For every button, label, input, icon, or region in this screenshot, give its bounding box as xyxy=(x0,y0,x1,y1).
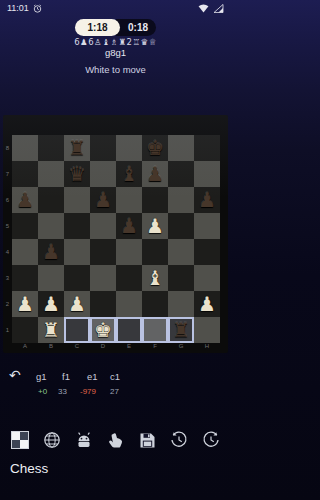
hand-icon xyxy=(107,432,124,449)
board-square-f6[interactable] xyxy=(142,187,168,213)
chess-piece-q-c7[interactable]: ♛ xyxy=(68,161,86,187)
board-square-d4[interactable] xyxy=(90,239,116,265)
board-square-h6[interactable]: ♟ xyxy=(194,187,220,213)
board-square-f7[interactable]: ♟ xyxy=(142,161,168,187)
board-square-c8[interactable]: ♜ xyxy=(64,135,90,161)
board-square-c7[interactable]: ♛ xyxy=(64,161,90,187)
chess-piece-p-a6[interactable]: ♟ xyxy=(16,187,34,213)
chess-piece-P-c2[interactable]: ♟ xyxy=(68,291,86,317)
eval-depth-1: 33 xyxy=(58,387,67,396)
board-square-a8[interactable] xyxy=(12,135,38,161)
eval-score-2: -979 xyxy=(80,387,96,396)
board-square-b4[interactable]: ♟ xyxy=(38,239,64,265)
chess-piece-P-b2[interactable]: ♟ xyxy=(42,291,60,317)
eval-score-1: +0 xyxy=(38,387,47,396)
status-bar: 11:01 xyxy=(0,0,231,16)
board-square-d8[interactable] xyxy=(90,135,116,161)
board-square-f5[interactable]: ♟ xyxy=(142,213,168,239)
board-square-a3[interactable] xyxy=(12,265,38,291)
board-square-b2[interactable]: ♟ xyxy=(38,291,64,317)
board-square-a5[interactable] xyxy=(12,213,38,239)
board-square-d6[interactable]: ♟ xyxy=(90,187,116,213)
board-square-c4[interactable] xyxy=(64,239,90,265)
eval-depth-2: 27 xyxy=(110,387,119,396)
board-square-g1[interactable]: ♜ xyxy=(168,317,194,343)
undo-move-button[interactable]: ↶ xyxy=(9,368,21,382)
rank-label-7: 7 xyxy=(3,171,12,177)
board-square-b1[interactable]: ♜ xyxy=(38,317,64,343)
rank-label-4: 4 xyxy=(3,249,12,255)
clock-row: 1:18 0:18 xyxy=(0,19,231,36)
board-icon xyxy=(11,431,29,449)
history-forward-icon xyxy=(202,431,220,449)
board-square-b6[interactable] xyxy=(38,187,64,213)
board-square-f1[interactable] xyxy=(142,317,168,343)
analysis-move-4[interactable]: c1 xyxy=(110,371,120,382)
signal-icon xyxy=(213,4,224,13)
board-square-c6[interactable] xyxy=(64,187,90,213)
board-square-a4[interactable] xyxy=(12,239,38,265)
black-clock[interactable]: 0:18 xyxy=(116,19,156,36)
board-square-h8[interactable] xyxy=(194,135,220,161)
history-forward-button[interactable] xyxy=(200,429,222,451)
status-time: 11:01 xyxy=(7,3,29,13)
board-view-button[interactable] xyxy=(9,429,31,451)
rank-label-6: 6 xyxy=(3,197,12,203)
save-icon xyxy=(139,432,156,449)
board-square-h4[interactable] xyxy=(194,239,220,265)
online-play-button[interactable] xyxy=(41,429,63,451)
board-square-a6[interactable]: ♟ xyxy=(12,187,38,213)
board-square-h2[interactable]: ♟ xyxy=(194,291,220,317)
board-square-g3[interactable] xyxy=(168,265,194,291)
analysis-move-3[interactable]: e1 xyxy=(87,371,98,382)
board-square-b3[interactable] xyxy=(38,265,64,291)
board-square-e3[interactable] xyxy=(116,265,142,291)
board-square-g2[interactable] xyxy=(168,291,194,317)
save-game-button[interactable] xyxy=(136,429,158,451)
chess-piece-B-f3[interactable]: ♝ xyxy=(146,265,164,291)
chess-board: ♜♚♛♝♟♟♟♟♟♟♟♝♟♟♟♟♜♚♜ 87654321 ABCDEFGH xyxy=(3,115,228,353)
board-square-h5[interactable] xyxy=(194,213,220,239)
board-square-d3[interactable] xyxy=(90,265,116,291)
board-square-g7[interactable] xyxy=(168,161,194,187)
chess-piece-k-f8[interactable]: ♚ xyxy=(146,135,164,161)
board-square-h7[interactable] xyxy=(194,161,220,187)
board-square-f4[interactable] xyxy=(142,239,168,265)
analysis-move-2[interactable]: f1 xyxy=(62,371,70,382)
board-square-h1[interactable] xyxy=(194,317,220,343)
robot-icon xyxy=(75,431,93,449)
board-square-a1[interactable] xyxy=(12,317,38,343)
board-square-g5[interactable] xyxy=(168,213,194,239)
file-label-G: G xyxy=(168,343,194,349)
board-grid: ♜♚♛♝♟♟♟♟♟♟♟♝♟♟♟♟♜♚♜ xyxy=(12,135,220,343)
board-square-c3[interactable] xyxy=(64,265,90,291)
file-label-F: F xyxy=(142,343,168,349)
history-back-icon xyxy=(170,431,188,449)
wifi-icon xyxy=(198,4,209,13)
file-label-D: D xyxy=(90,343,116,349)
board-square-f8[interactable]: ♚ xyxy=(142,135,168,161)
chess-piece-p-e5[interactable]: ♟ xyxy=(120,213,138,239)
bottom-toolbar xyxy=(0,424,231,456)
file-label-H: H xyxy=(194,343,220,349)
history-back-button[interactable] xyxy=(168,429,190,451)
last-move-text: g8g1 xyxy=(0,47,231,58)
chess-piece-P-a2[interactable]: ♟ xyxy=(16,291,34,317)
board-square-h3[interactable] xyxy=(194,265,220,291)
app-title: Chess xyxy=(10,461,48,476)
chess-piece-b-e7[interactable]: ♝ xyxy=(120,161,138,187)
file-label-A: A xyxy=(12,343,38,349)
file-label-C: C xyxy=(64,343,90,349)
manual-move-button[interactable] xyxy=(104,429,126,451)
board-square-b5[interactable] xyxy=(38,213,64,239)
board-square-b7[interactable] xyxy=(38,161,64,187)
chess-piece-p-b4[interactable]: ♟ xyxy=(42,239,60,265)
board-square-d2[interactable] xyxy=(90,291,116,317)
board-square-e1[interactable] xyxy=(116,317,142,343)
rank-label-3: 3 xyxy=(3,275,12,281)
analysis-move-1[interactable]: g1 xyxy=(36,371,47,382)
board-square-e8[interactable] xyxy=(116,135,142,161)
globe-icon xyxy=(43,431,61,449)
chess-piece-P-h2[interactable]: ♟ xyxy=(198,291,216,317)
rank-label-5: 5 xyxy=(3,223,12,229)
board-square-a7[interactable] xyxy=(12,161,38,187)
chess-piece-p-f7[interactable]: ♟ xyxy=(146,161,164,187)
chess-piece-r-g1[interactable]: ♜ xyxy=(172,317,190,343)
file-label-E: E xyxy=(116,343,142,349)
board-square-e5[interactable]: ♟ xyxy=(116,213,142,239)
board-square-f2[interactable] xyxy=(142,291,168,317)
board-square-g6[interactable] xyxy=(168,187,194,213)
board-square-e4[interactable] xyxy=(116,239,142,265)
board-square-f3[interactable]: ♝ xyxy=(142,265,168,291)
board-square-d5[interactable] xyxy=(90,213,116,239)
chess-piece-p-d6[interactable]: ♟ xyxy=(94,187,112,213)
alarm-icon xyxy=(33,4,42,13)
board-square-c2[interactable]: ♟ xyxy=(64,291,90,317)
chess-piece-K-d1[interactable]: ♚ xyxy=(94,317,112,343)
board-square-e7[interactable]: ♝ xyxy=(116,161,142,187)
computer-opponent-button[interactable] xyxy=(73,429,95,451)
board-square-e2[interactable] xyxy=(116,291,142,317)
chess-piece-p-h6[interactable]: ♟ xyxy=(198,187,216,213)
rank-label-1: 1 xyxy=(3,327,12,333)
board-square-c1[interactable] xyxy=(64,317,90,343)
board-square-e6[interactable] xyxy=(116,187,142,213)
rank-label-8: 8 xyxy=(3,145,12,151)
board-square-c5[interactable] xyxy=(64,213,90,239)
captured-material-line: 6♟6♙♝♗♜2♖♛♕ xyxy=(0,37,231,47)
turn-status-text: White to move xyxy=(0,64,231,75)
chess-piece-r-c8[interactable]: ♜ xyxy=(68,135,86,161)
file-label-B: B xyxy=(38,343,64,349)
chess-piece-P-f5[interactable]: ♟ xyxy=(146,213,164,239)
rank-label-2: 2 xyxy=(3,301,12,307)
board-square-g4[interactable] xyxy=(168,239,194,265)
board-square-g8[interactable] xyxy=(168,135,194,161)
white-clock[interactable]: 1:18 xyxy=(75,19,120,36)
board-square-d7[interactable] xyxy=(90,161,116,187)
chess-piece-R-b1[interactable]: ♜ xyxy=(42,317,60,343)
board-square-d1[interactable]: ♚ xyxy=(90,317,116,343)
board-square-a2[interactable]: ♟ xyxy=(12,291,38,317)
board-square-b8[interactable] xyxy=(38,135,64,161)
